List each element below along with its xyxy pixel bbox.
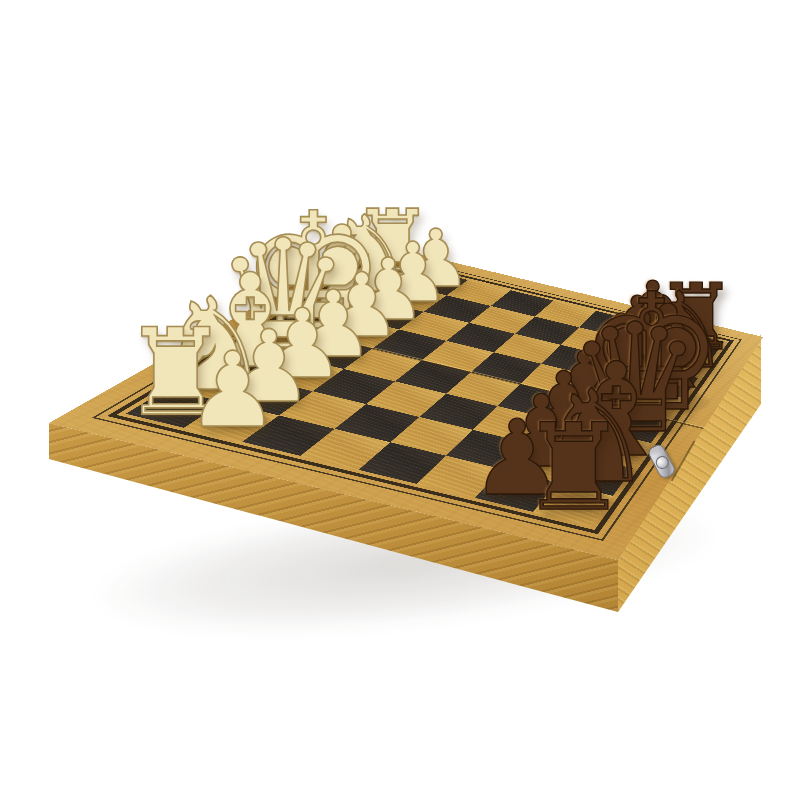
piece-shadow (245, 388, 305, 405)
piece-shadow (565, 464, 642, 486)
piece-shadow (585, 437, 663, 459)
piece-shadow (311, 344, 366, 360)
piece-shadow (657, 353, 720, 371)
piece-shadow (674, 337, 729, 353)
piece-shadow (598, 411, 689, 437)
piece-shadow (184, 372, 261, 394)
piece-shadow (370, 264, 425, 280)
piece-shadow (492, 481, 554, 499)
piece-shadow (279, 365, 336, 381)
piece-shadow (634, 327, 682, 340)
piece-shadow (147, 397, 219, 417)
piece-shadow (393, 291, 442, 305)
piece-shadow (208, 412, 270, 430)
piece-shadow (417, 275, 465, 288)
piece-layer: ♜♟♞♟♝♟♚♟♟♛♜♟♟♝♞♟♟♝♞♟♟♚♜♟♟♛♟♝♟♞♟♜ (0, 0, 800, 800)
piece-shadow (368, 307, 419, 321)
piece-shadow (545, 493, 617, 513)
piece-shadow (618, 345, 667, 359)
piece-shadow (341, 325, 394, 340)
chess-set-product-photo: ♜♟♞♟♝♟♚♟♟♛♜♟♟♝♞♟♟♝♞♟♟♚♜♟♟♛♟♝♟♞♟♜ (0, 0, 800, 800)
piece-shadow (517, 453, 577, 470)
